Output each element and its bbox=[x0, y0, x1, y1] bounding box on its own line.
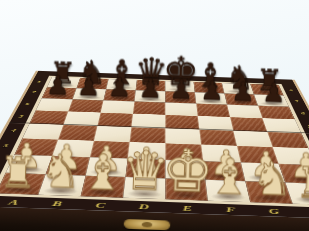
rank-label-8: 8 bbox=[36, 80, 41, 83]
square-b7: ♟ bbox=[72, 88, 106, 100]
board-inner-border: ♜♞♝♛♚♝♞♜♟♟♟♟♟♟♟♟♟♟♟♟♟♟♟♟♜♞♝♛♚♝♞♜ bbox=[0, 75, 309, 207]
square-e1: ♚ bbox=[165, 178, 207, 200]
board-scene: ♜♞♝♛♚♝♞♜♟♟♟♟♟♟♟♟♟♟♟♟♟♟♟♟♜♞♝♛♚♝♞♜ A B C D… bbox=[0, 0, 309, 231]
file-label-g: G bbox=[267, 206, 280, 215]
rank-label-7: 7 bbox=[294, 99, 299, 102]
black-pawn: ♟ bbox=[45, 71, 70, 98]
square-b6 bbox=[68, 99, 103, 112]
rank-label-6: 6 bbox=[300, 111, 305, 114]
square-c7: ♟ bbox=[103, 89, 135, 101]
black-pawn: ♟ bbox=[76, 72, 101, 99]
file-label-a: A bbox=[7, 197, 20, 205]
chess-set-photo: ♜♞♝♛♚♝♞♜♟♟♟♟♟♟♟♟♟♟♟♟♟♟♟♟♜♞♝♛♚♝♞♜ A B C D… bbox=[0, 0, 309, 231]
square-f7: ♟ bbox=[194, 92, 226, 104]
file-label-f: F bbox=[225, 205, 236, 214]
white-bishop: ♝ bbox=[207, 151, 252, 201]
white-knight: ♞ bbox=[250, 155, 293, 203]
black-pawn: ♟ bbox=[138, 74, 163, 101]
black-pawn: ♟ bbox=[261, 79, 286, 106]
square-g6 bbox=[227, 104, 262, 118]
rank-label-8: 8 bbox=[288, 89, 293, 92]
square-d5 bbox=[131, 113, 165, 128]
file-label-c: C bbox=[94, 200, 105, 208]
square-h6 bbox=[258, 105, 295, 119]
square-a7: ♟ bbox=[41, 87, 76, 99]
square-f1: ♝ bbox=[205, 179, 250, 201]
square-b1: ♞ bbox=[38, 174, 85, 196]
file-label-d: D bbox=[138, 202, 149, 210]
clasp bbox=[123, 218, 169, 229]
square-c6 bbox=[100, 100, 134, 113]
square-a6 bbox=[35, 98, 72, 111]
rank-label-6: 6 bbox=[25, 102, 30, 105]
square-f6 bbox=[196, 103, 230, 116]
square-e6 bbox=[165, 102, 197, 115]
board-frame: ♜♞♝♛♚♝♞♜♟♟♟♟♟♟♟♟♟♟♟♟♟♟♟♟♜♞♝♛♚♝♞♜ A B C D… bbox=[0, 70, 309, 219]
white-rook: ♜ bbox=[294, 160, 309, 204]
file-label-b: B bbox=[51, 199, 63, 207]
square-b5 bbox=[63, 111, 100, 126]
file-label-e: E bbox=[182, 203, 192, 211]
clasp-knob-icon bbox=[141, 221, 151, 227]
white-rook: ♜ bbox=[0, 150, 37, 194]
square-g7: ♟ bbox=[224, 93, 258, 105]
square-d1: ♛ bbox=[122, 176, 164, 198]
white-knight: ♞ bbox=[38, 147, 81, 195]
square-d6 bbox=[133, 101, 165, 114]
board-grid: ♜♞♝♛♚♝♞♜♟♟♟♟♟♟♟♟♟♟♟♟♟♟♟♟♜♞♝♛♚♝♞♜ bbox=[0, 77, 309, 205]
black-pawn: ♟ bbox=[230, 78, 255, 105]
black-pawn: ♟ bbox=[107, 73, 132, 100]
square-e5 bbox=[165, 114, 199, 129]
rank-label-5: 5 bbox=[18, 114, 24, 118]
black-pawn: ♟ bbox=[169, 76, 194, 103]
rank-label-5: 5 bbox=[306, 124, 309, 128]
white-king: ♚ bbox=[160, 141, 213, 200]
white-bishop: ♝ bbox=[80, 146, 125, 196]
square-e7: ♟ bbox=[165, 91, 196, 103]
rank-label-7: 7 bbox=[31, 90, 36, 93]
square-c1: ♝ bbox=[80, 175, 125, 197]
rank-label-4: 4 bbox=[10, 128, 16, 132]
square-d7: ♟ bbox=[134, 90, 165, 102]
square-g1: ♞ bbox=[245, 181, 292, 203]
black-pawn: ♟ bbox=[199, 77, 224, 104]
square-h7: ♟ bbox=[254, 94, 289, 106]
